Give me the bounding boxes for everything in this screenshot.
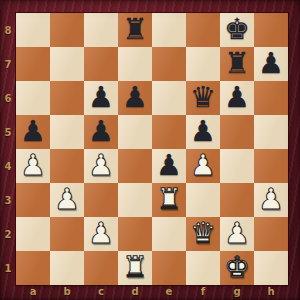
square-d3[interactable] <box>118 183 152 217</box>
rank-label-4: 4 <box>0 149 16 183</box>
black-king-g8: ♚ <box>224 15 250 44</box>
square-h8[interactable] <box>254 13 288 47</box>
square-c8[interactable] <box>84 13 118 47</box>
white-pawn-g2: ♟ <box>224 219 250 248</box>
square-e7[interactable] <box>152 47 186 81</box>
file-labels: abcdefgh <box>16 283 288 300</box>
black-rook-g7: ♜ <box>224 49 250 78</box>
square-h1[interactable] <box>254 251 288 285</box>
rank-label-6: 6 <box>0 81 16 115</box>
white-pawn-c4: ♟ <box>88 151 114 180</box>
square-b3[interactable]: ♟ <box>50 183 84 217</box>
white-pawn-f4: ♟ <box>190 151 216 180</box>
square-e8[interactable] <box>152 13 186 47</box>
black-rook-d8: ♜ <box>122 15 148 44</box>
white-rook-d1: ♜ <box>122 253 148 282</box>
square-h5[interactable] <box>254 115 288 149</box>
black-pawn-c5: ♟ <box>88 117 114 146</box>
square-e6[interactable] <box>152 81 186 115</box>
square-d4[interactable] <box>118 149 152 183</box>
white-pawn-b3: ♟ <box>54 185 80 214</box>
square-a7[interactable] <box>16 47 50 81</box>
black-pawn-d6: ♟ <box>122 83 148 112</box>
rank-label-7: 7 <box>0 47 16 81</box>
black-pawn-g6: ♟ <box>224 83 250 112</box>
file-label-c: c <box>84 283 118 300</box>
square-h6[interactable] <box>254 81 288 115</box>
square-g3[interactable] <box>220 183 254 217</box>
file-label-e: e <box>152 283 186 300</box>
square-a1[interactable] <box>16 251 50 285</box>
square-c3[interactable] <box>84 183 118 217</box>
square-f5[interactable]: ♟ <box>186 115 220 149</box>
square-g2[interactable]: ♟ <box>220 217 254 251</box>
black-queen-f6: ♛ <box>190 83 216 112</box>
rank-labels: 87654321 <box>0 13 16 285</box>
rank-label-2: 2 <box>0 217 16 251</box>
square-g8[interactable]: ♚ <box>220 13 254 47</box>
square-f4[interactable]: ♟ <box>186 149 220 183</box>
square-e3[interactable]: ♜ <box>152 183 186 217</box>
square-c4[interactable]: ♟ <box>84 149 118 183</box>
white-pawn-a4: ♟ <box>20 151 46 180</box>
square-e4[interactable]: ♟ <box>152 149 186 183</box>
square-g1[interactable]: ♚ <box>220 251 254 285</box>
square-g7[interactable]: ♜ <box>220 47 254 81</box>
file-label-b: b <box>50 283 84 300</box>
file-label-g: g <box>220 283 254 300</box>
square-c1[interactable] <box>84 251 118 285</box>
black-pawn-e4: ♟ <box>156 151 182 180</box>
square-a4[interactable]: ♟ <box>16 149 50 183</box>
black-pawn-f5: ♟ <box>190 117 216 146</box>
square-b4[interactable] <box>50 149 84 183</box>
square-h3[interactable]: ♟ <box>254 183 288 217</box>
black-pawn-a5: ♟ <box>20 117 46 146</box>
square-f1[interactable] <box>186 251 220 285</box>
white-rook-e3: ♜ <box>156 185 182 214</box>
square-a3[interactable] <box>16 183 50 217</box>
file-label-h: h <box>254 283 288 300</box>
square-d5[interactable] <box>118 115 152 149</box>
square-b7[interactable] <box>50 47 84 81</box>
white-king-g1: ♚ <box>224 253 250 282</box>
square-b8[interactable] <box>50 13 84 47</box>
square-g5[interactable] <box>220 115 254 149</box>
square-c2[interactable]: ♟ <box>84 217 118 251</box>
black-pawn-c6: ♟ <box>88 83 114 112</box>
square-b5[interactable] <box>50 115 84 149</box>
square-d7[interactable] <box>118 47 152 81</box>
square-g4[interactable] <box>220 149 254 183</box>
square-d1[interactable]: ♜ <box>118 251 152 285</box>
square-e2[interactable] <box>152 217 186 251</box>
square-e1[interactable] <box>152 251 186 285</box>
square-f8[interactable] <box>186 13 220 47</box>
rank-label-8: 8 <box>0 13 16 47</box>
square-f6[interactable]: ♛ <box>186 81 220 115</box>
white-queen-f2: ♛ <box>190 219 216 248</box>
square-b1[interactable] <box>50 251 84 285</box>
square-c5[interactable]: ♟ <box>84 115 118 149</box>
square-a8[interactable] <box>16 13 50 47</box>
square-b2[interactable] <box>50 217 84 251</box>
square-e5[interactable] <box>152 115 186 149</box>
square-a6[interactable] <box>16 81 50 115</box>
square-c7[interactable] <box>84 47 118 81</box>
rank-label-5: 5 <box>0 115 16 149</box>
square-f3[interactable] <box>186 183 220 217</box>
square-c6[interactable]: ♟ <box>84 81 118 115</box>
file-label-a: a <box>16 283 50 300</box>
square-h4[interactable] <box>254 149 288 183</box>
black-pawn-h7: ♟ <box>258 49 284 78</box>
white-pawn-c2: ♟ <box>88 219 114 248</box>
file-label-f: f <box>186 283 220 300</box>
square-d6[interactable]: ♟ <box>118 81 152 115</box>
square-g6[interactable]: ♟ <box>220 81 254 115</box>
square-a5[interactable]: ♟ <box>16 115 50 149</box>
square-b6[interactable] <box>50 81 84 115</box>
rank-label-3: 3 <box>0 183 16 217</box>
square-f7[interactable] <box>186 47 220 81</box>
chessboard-frame: ♜♚♜♟♟♟♛♟♟♟♟♟♟♟♟♟♜♟♟♛♟♜♚ 87654321 abcdefg… <box>0 0 300 300</box>
square-d2[interactable] <box>118 217 152 251</box>
square-h7[interactable]: ♟ <box>254 47 288 81</box>
rank-label-1: 1 <box>0 251 16 285</box>
board: ♜♚♜♟♟♟♛♟♟♟♟♟♟♟♟♟♜♟♟♛♟♜♚ <box>16 13 288 285</box>
file-label-d: d <box>118 283 152 300</box>
square-d8[interactable]: ♜ <box>118 13 152 47</box>
square-h2[interactable] <box>254 217 288 251</box>
square-f2[interactable]: ♛ <box>186 217 220 251</box>
square-a2[interactable] <box>16 217 50 251</box>
white-pawn-h3: ♟ <box>258 185 284 214</box>
